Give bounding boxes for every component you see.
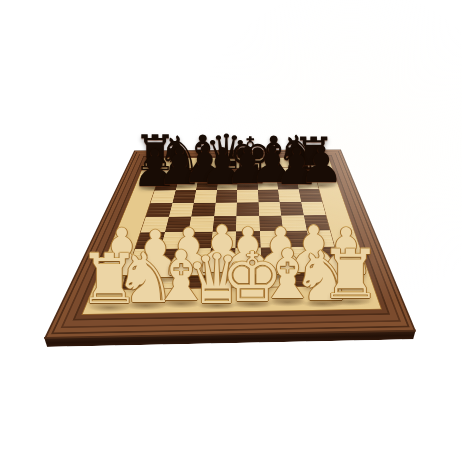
white-rook-h1[interactable]: ♜ bbox=[320, 241, 381, 309]
black-pawn-h7[interactable]: ♟ bbox=[299, 141, 344, 192]
pieces-layer: ♜♞♝♛♚♝♞♜♟♟♟♟♟♟♟♟♟♟♟♟♟♟♟♟♜♞♝♛♚♝♞♜ bbox=[0, 0, 462, 462]
chess-set-photo: ♜♞♝♛♚♝♞♜♟♟♟♟♟♟♟♟♟♟♟♟♟♟♟♟♜♞♝♛♚♝♞♜ bbox=[0, 0, 462, 462]
chess-scene: ♜♞♝♛♚♝♞♜♟♟♟♟♟♟♟♟♟♟♟♟♟♟♟♟♜♞♝♛♚♝♞♜ bbox=[0, 0, 462, 462]
